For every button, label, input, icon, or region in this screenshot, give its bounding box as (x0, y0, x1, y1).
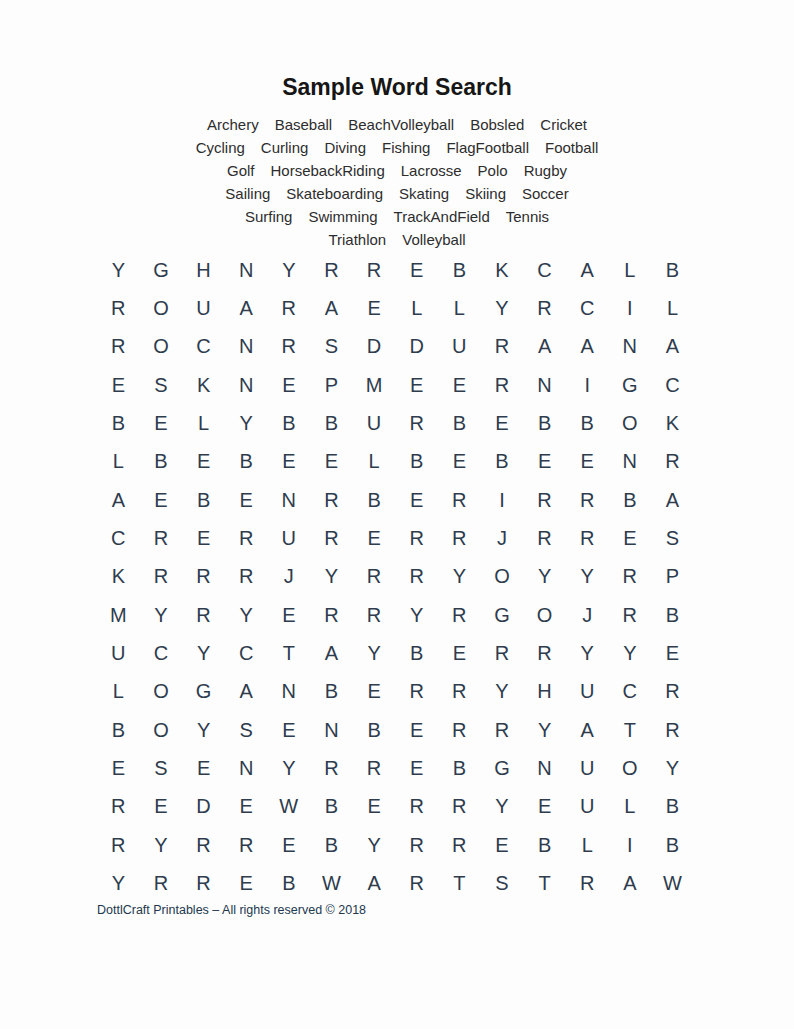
word-list-word: Surfing (245, 205, 293, 228)
grid-cell: L (438, 289, 481, 327)
grid-cell: E (97, 749, 140, 787)
grid-cell: N (310, 711, 353, 749)
grid-cell: W (651, 865, 694, 903)
grid-cell: R (481, 366, 524, 404)
grid-cell: R (182, 865, 225, 903)
word-list-word: Skiing (465, 182, 506, 205)
grid-cell: H (182, 251, 225, 289)
grid-cell: R (438, 826, 481, 864)
grid-cell: S (140, 749, 183, 787)
word-list-word: Archery (207, 113, 259, 136)
grid-cell: K (97, 558, 140, 596)
grid-cell: J (481, 519, 524, 557)
grid-cell: Y (353, 634, 396, 672)
grid-cell: R (438, 711, 481, 749)
grid-cell: B (523, 826, 566, 864)
grid-cell: N (225, 328, 268, 366)
letter-grid: YGHNYRREBKCALBROUARAELLYRCILROCNRSDDURAA… (97, 251, 694, 903)
word-list-word: Cycling (196, 136, 245, 159)
grid-cell: S (310, 328, 353, 366)
grid-cell: B (651, 826, 694, 864)
grid-cell: R (140, 865, 183, 903)
grid-cell: S (225, 711, 268, 749)
grid-cell: N (609, 328, 652, 366)
grid-cell: R (140, 519, 183, 557)
grid-cell: G (182, 673, 225, 711)
grid-cell: G (481, 596, 524, 634)
grid-cell: G (140, 251, 183, 289)
grid-cell: O (609, 749, 652, 787)
grid-cell: D (182, 788, 225, 826)
grid-cell: E (268, 443, 311, 481)
grid-cell: R (523, 289, 566, 327)
grid-cell: E (481, 826, 524, 864)
grid-cell: R (97, 788, 140, 826)
grid-cell: R (438, 481, 481, 519)
grid-cell: R (353, 749, 396, 787)
grid-cell: R (182, 826, 225, 864)
grid-cell: L (609, 251, 652, 289)
grid-cell: E (268, 596, 311, 634)
grid-cell: R (225, 519, 268, 557)
grid-cell: B (353, 711, 396, 749)
grid-cell: W (310, 865, 353, 903)
grid-cell: P (310, 366, 353, 404)
grid-cell: O (140, 711, 183, 749)
grid-cell: B (310, 404, 353, 442)
grid-cell: A (353, 865, 396, 903)
grid-cell: I (481, 481, 524, 519)
grid-cell: S (651, 519, 694, 557)
grid-cell: B (310, 826, 353, 864)
grid-cell: W (268, 788, 311, 826)
grid-cell: R (523, 519, 566, 557)
grid-cell: B (651, 788, 694, 826)
grid-cell: A (651, 328, 694, 366)
word-list: ArcheryBaseballBeachVolleyballBobsledCri… (0, 113, 794, 251)
grid-cell: E (395, 366, 438, 404)
grid-cell: U (97, 634, 140, 672)
grid-cell: T (523, 865, 566, 903)
grid-cell: A (97, 481, 140, 519)
word-list-word: Football (545, 136, 598, 159)
grid-cell: E (97, 366, 140, 404)
word-list-word: Curling (261, 136, 309, 159)
grid-cell: R (481, 634, 524, 672)
grid-cell: D (353, 328, 396, 366)
grid-cell: R (353, 251, 396, 289)
grid-cell: B (566, 404, 609, 442)
grid-cell: R (523, 481, 566, 519)
grid-cell: E (268, 366, 311, 404)
word-list-word: BeachVolleyball (348, 113, 454, 136)
grid-cell: E (268, 826, 311, 864)
grid-cell: R (438, 788, 481, 826)
grid-cell: B (97, 404, 140, 442)
grid-cell: Y (268, 749, 311, 787)
grid-cell: M (353, 366, 396, 404)
grid-cell: R (268, 289, 311, 327)
grid-cell: O (523, 596, 566, 634)
grid-cell: B (310, 673, 353, 711)
grid-cell: L (353, 443, 396, 481)
grid-cell: Y (182, 711, 225, 749)
grid-cell: E (395, 749, 438, 787)
grid-cell: Y (225, 404, 268, 442)
grid-cell: C (566, 289, 609, 327)
grid-cell: C (651, 366, 694, 404)
grid-cell: E (609, 519, 652, 557)
word-list-line: SailingSkateboardingSkatingSkiingSoccer (0, 182, 794, 205)
grid-cell: R (97, 826, 140, 864)
word-list-word: Skateboarding (286, 182, 383, 205)
grid-cell: B (651, 596, 694, 634)
grid-cell: C (225, 634, 268, 672)
grid-cell: B (438, 404, 481, 442)
word-list-word: Baseball (275, 113, 333, 136)
grid-cell: O (140, 328, 183, 366)
grid-cell: R (97, 328, 140, 366)
grid-cell: R (353, 558, 396, 596)
grid-cell: R (438, 673, 481, 711)
grid-cell: Y (353, 826, 396, 864)
grid-cell: Y (268, 251, 311, 289)
word-list-word: Polo (478, 159, 508, 182)
grid-cell: A (310, 634, 353, 672)
grid-cell: B (310, 788, 353, 826)
grid-cell: E (268, 711, 311, 749)
word-list-word: Soccer (522, 182, 569, 205)
grid-cell: E (395, 711, 438, 749)
grid-cell: K (481, 251, 524, 289)
grid-cell: R (438, 519, 481, 557)
grid-cell: A (651, 481, 694, 519)
grid-cell: R (395, 788, 438, 826)
grid-cell: B (182, 481, 225, 519)
word-list-word: Triathlon (328, 228, 386, 251)
grid-cell: E (481, 404, 524, 442)
grid-cell: Y (140, 596, 183, 634)
grid-cell: N (225, 366, 268, 404)
grid-cell: R (566, 519, 609, 557)
grid-cell: Y (481, 673, 524, 711)
grid-cell: R (395, 558, 438, 596)
grid-cell: E (438, 443, 481, 481)
word-list-line: CyclingCurlingDivingFishingFlagFootballF… (0, 136, 794, 159)
grid-cell: G (481, 749, 524, 787)
grid-cell: R (310, 251, 353, 289)
grid-cell: B (395, 634, 438, 672)
grid-cell: U (268, 519, 311, 557)
grid-cell: E (182, 443, 225, 481)
grid-cell: B (523, 404, 566, 442)
grid-cell: R (395, 519, 438, 557)
grid-cell: R (225, 558, 268, 596)
word-list-word: Lacrosse (401, 159, 462, 182)
grid-cell: R (481, 328, 524, 366)
grid-cell: Y (566, 558, 609, 596)
grid-cell: Y (566, 634, 609, 672)
grid-cell: R (310, 749, 353, 787)
grid-cell: L (566, 826, 609, 864)
grid-cell: A (566, 328, 609, 366)
grid-cell: E (310, 443, 353, 481)
word-list-word: Bobsled (470, 113, 524, 136)
grid-cell: R (395, 826, 438, 864)
grid-cell: K (651, 404, 694, 442)
grid-cell: E (182, 749, 225, 787)
grid-cell: R (310, 596, 353, 634)
grid-cell: L (609, 788, 652, 826)
grid-cell: E (353, 289, 396, 327)
grid-cell: E (140, 481, 183, 519)
grid-cell: P (651, 558, 694, 596)
grid-cell: Y (310, 558, 353, 596)
grid-cell: B (97, 711, 140, 749)
grid-cell: O (481, 558, 524, 596)
grid-cell: H (523, 673, 566, 711)
grid-cell: T (438, 865, 481, 903)
grid-cell: R (609, 558, 652, 596)
grid-cell: E (438, 634, 481, 672)
grid-cell: E (353, 788, 396, 826)
grid-cell: E (140, 788, 183, 826)
word-list-word: Tennis (506, 205, 549, 228)
grid-cell: R (651, 711, 694, 749)
grid-cell: R (523, 634, 566, 672)
grid-cell: R (395, 673, 438, 711)
grid-cell: T (268, 634, 311, 672)
copyright-footer: DottlCraft Printables – All rights reser… (97, 903, 366, 917)
grid-cell: A (566, 711, 609, 749)
grid-cell: A (225, 673, 268, 711)
word-list-word: Sailing (225, 182, 270, 205)
grid-cell: N (523, 749, 566, 787)
word-list-word: Diving (324, 136, 366, 159)
grid-cell: L (182, 404, 225, 442)
grid-cell: E (225, 481, 268, 519)
grid-cell: Y (523, 558, 566, 596)
word-list-word: Cricket (540, 113, 587, 136)
grid-cell: R (566, 865, 609, 903)
grid-cell: E (566, 443, 609, 481)
grid-cell: O (609, 404, 652, 442)
grid-cell: C (523, 251, 566, 289)
grid-cell: R (310, 481, 353, 519)
puzzle-title: Sample Word Search (0, 74, 794, 101)
grid-cell: L (651, 289, 694, 327)
grid-cell: O (140, 673, 183, 711)
grid-cell: R (566, 481, 609, 519)
grid-cell: B (268, 404, 311, 442)
grid-cell: L (395, 289, 438, 327)
grid-cell: I (609, 826, 652, 864)
grid-cell: E (523, 443, 566, 481)
grid-cell: A (310, 289, 353, 327)
grid-cell: A (523, 328, 566, 366)
grid-cell: B (609, 481, 652, 519)
grid-cell: Y (523, 711, 566, 749)
word-list-word: Volleyball (402, 228, 465, 251)
grid-cell: L (97, 673, 140, 711)
grid-cell: A (609, 865, 652, 903)
grid-cell: R (481, 711, 524, 749)
grid-cell: C (97, 519, 140, 557)
grid-cell: B (268, 865, 311, 903)
grid-cell: Y (651, 749, 694, 787)
grid-cell: N (268, 481, 311, 519)
word-list-word: Golf (227, 159, 255, 182)
grid-cell: A (566, 251, 609, 289)
grid-cell: Y (97, 865, 140, 903)
grid-cell: R (353, 596, 396, 634)
grid-cell: A (225, 289, 268, 327)
grid-cell: L (97, 443, 140, 481)
grid-cell: B (353, 481, 396, 519)
grid-cell: C (609, 673, 652, 711)
word-list-word: Rugby (524, 159, 567, 182)
grid-cell: O (140, 289, 183, 327)
grid-cell: B (140, 443, 183, 481)
grid-cell: Y (140, 826, 183, 864)
grid-cell: E (353, 673, 396, 711)
grid-cell: K (182, 366, 225, 404)
grid-cell: R (395, 404, 438, 442)
grid-cell: N (523, 366, 566, 404)
grid-cell: E (225, 788, 268, 826)
grid-cell: B (225, 443, 268, 481)
grid-cell: U (566, 788, 609, 826)
grid-cell: E (395, 481, 438, 519)
grid-cell: E (225, 865, 268, 903)
grid-cell: E (523, 788, 566, 826)
grid-cell: R (225, 826, 268, 864)
grid-cell: G (609, 366, 652, 404)
grid-cell: R (140, 558, 183, 596)
grid-cell: I (609, 289, 652, 327)
grid-cell: R (97, 289, 140, 327)
grid-cell: Y (481, 289, 524, 327)
word-list-word: Skating (399, 182, 449, 205)
word-list-word: HorsebackRiding (271, 159, 385, 182)
grid-cell: Y (395, 596, 438, 634)
word-list-line: SurfingSwimmingTrackAndFieldTennis (0, 205, 794, 228)
grid-cell: J (268, 558, 311, 596)
worksheet-page: Sample Word Search ArcheryBaseballBeachV… (0, 0, 794, 1029)
word-list-line: GolfHorsebackRidingLacrossePoloRugby (0, 159, 794, 182)
grid-cell: N (225, 251, 268, 289)
grid-cell: R (310, 519, 353, 557)
grid-cell: Y (481, 788, 524, 826)
grid-cell: E (182, 519, 225, 557)
grid-cell: E (438, 366, 481, 404)
grid-cell: Y (182, 634, 225, 672)
grid-cell: R (182, 596, 225, 634)
grid-cell: J (566, 596, 609, 634)
grid-cell: N (609, 443, 652, 481)
word-list-word: FlagFootball (446, 136, 529, 159)
grid-cell: E (353, 519, 396, 557)
grid-cell: Y (225, 596, 268, 634)
word-list-word: TrackAndField (394, 205, 490, 228)
grid-cell: N (225, 749, 268, 787)
grid-cell: E (395, 251, 438, 289)
grid-cell: C (140, 634, 183, 672)
grid-cell: S (481, 865, 524, 903)
word-list-word: Fishing (382, 136, 430, 159)
grid-cell: B (438, 251, 481, 289)
grid-cell: B (651, 251, 694, 289)
word-list-word: Swimming (308, 205, 377, 228)
grid-cell: Y (438, 558, 481, 596)
grid-cell: I (566, 366, 609, 404)
grid-cell: U (566, 673, 609, 711)
grid-cell: Y (609, 634, 652, 672)
grid-cell: U (182, 289, 225, 327)
grid-cell: U (353, 404, 396, 442)
grid-cell: R (651, 673, 694, 711)
grid-cell: R (268, 328, 311, 366)
grid-cell: E (651, 634, 694, 672)
grid-cell: U (438, 328, 481, 366)
grid-cell: S (140, 366, 183, 404)
grid-cell: E (140, 404, 183, 442)
grid-cell: U (566, 749, 609, 787)
grid-cell: B (438, 749, 481, 787)
grid-cell: R (651, 443, 694, 481)
grid-cell: N (268, 673, 311, 711)
grid-cell: M (97, 596, 140, 634)
word-list-line: ArcheryBaseballBeachVolleyballBobsledCri… (0, 113, 794, 136)
grid-cell: R (395, 865, 438, 903)
grid-cell: T (609, 711, 652, 749)
grid-cell: R (609, 596, 652, 634)
word-list-line: TriathlonVolleyball (0, 228, 794, 251)
grid-cell: D (395, 328, 438, 366)
grid-cell: R (438, 596, 481, 634)
grid-cell: B (395, 443, 438, 481)
grid-cell: C (182, 328, 225, 366)
grid-cell: R (182, 558, 225, 596)
grid-cell: B (481, 443, 524, 481)
grid-cell: Y (97, 251, 140, 289)
